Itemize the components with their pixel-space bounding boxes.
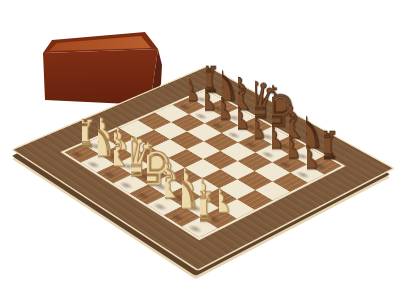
board-scene: ♜♞♝♛♚♝♞♜♟♟♟♟♟♟♟♟♟♟♟♟♟♟♟♟♜♞♝♛♚♝♞♜	[0, 0, 400, 300]
square-h5	[255, 181, 290, 200]
square-h1: ♜	[181, 217, 218, 238]
black-pawn-glyph: ♟	[293, 142, 321, 173]
chess-set-photo: ♜♞♝♛♚♝♞♜♟♟♟♟♟♟♟♟♟♟♟♟♟♟♟♟♜♞♝♛♚♝♞♜	[0, 0, 400, 300]
chess-board: ♜♞♝♛♚♝♞♜♟♟♟♟♟♟♟♟♟♟♟♟♟♟♟♟♜♞♝♛♚♝♞♜	[11, 65, 395, 271]
white-rook-glyph: ♜	[182, 187, 218, 227]
